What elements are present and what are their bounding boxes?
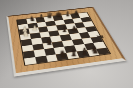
square-d1: ♞ — [56, 53, 69, 61]
black-knight-d1: ♞ — [58, 49, 69, 60]
chessboard-photo-scene: ♞♝♛♚♝♞♟♟♞♝♟♜♞♞♝♝♞ — [0, 0, 133, 88]
black-knight-g8: ♞ — [72, 9, 81, 18]
black-bishop-f8: ♝ — [63, 10, 72, 19]
square-a5: ♞ — [20, 34, 31, 41]
square-h6 — [83, 21, 94, 27]
white-knight-a5: ♞ — [21, 29, 31, 39]
white-pawn-b6: ♟ — [30, 23, 40, 33]
square-c3: ♞ — [42, 42, 54, 49]
board-squares: ♞♝♛♚♝♞♟♟♞♝♟♜♞♞♝♝♞ — [17, 12, 109, 64]
black-king-e8: ♚ — [54, 11, 63, 20]
square-a1 — [24, 57, 36, 65]
black-bishop-e1: ♝ — [68, 47, 79, 58]
black-knight-c3: ♞ — [44, 38, 54, 49]
square-b5 — [30, 32, 41, 38]
black-knight-g1: ♞ — [89, 45, 100, 56]
square-e5: ♝ — [58, 29, 69, 35]
black-bishop-c8: ♝ — [36, 13, 45, 22]
black-pawn-f5: ♟ — [69, 24, 79, 34]
chess-board: ♞♝♛♚♝♞♟♟♞♝♟♜♞♞♝♝♞ — [6, 7, 126, 77]
square-h4: ♜ — [88, 31, 100, 37]
black-knight-b8: ♞ — [27, 14, 36, 23]
black-bishop-f1: ♝ — [79, 46, 90, 57]
black-bishop-e5: ♝ — [60, 25, 70, 35]
black-queen-d8: ♛ — [45, 12, 54, 21]
